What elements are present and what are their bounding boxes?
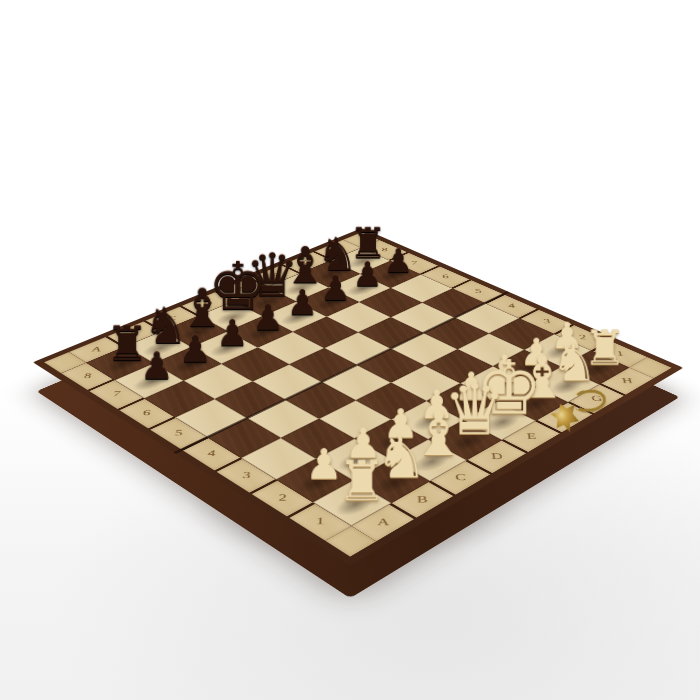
piece-glyph: ♟: [105, 347, 207, 385]
piece-glyph: ♜: [304, 453, 421, 509]
clasp-hook-icon: [573, 388, 607, 413]
